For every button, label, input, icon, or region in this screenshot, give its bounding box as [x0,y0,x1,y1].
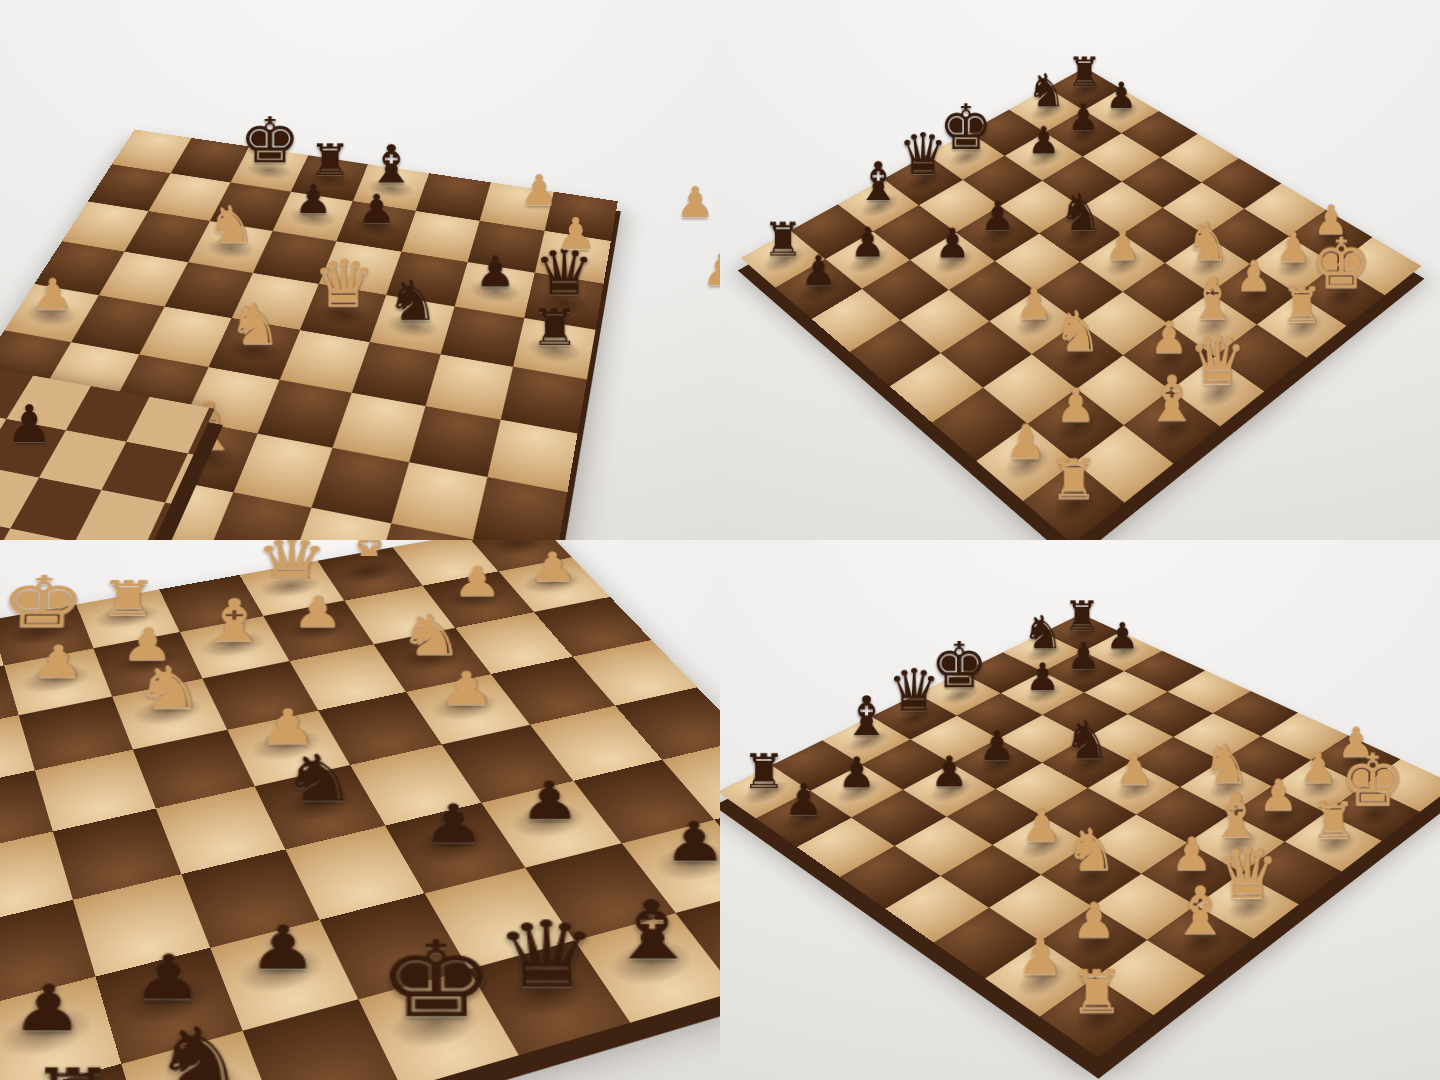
piece-light-queen-icon: ♛ [254,540,328,591]
piece-light-bishop-icon: ♝ [1170,878,1230,944]
piece-light-pawn-icon: ♟ [1105,225,1140,266]
piece-dark-queen-icon: ♛ [898,126,948,184]
piece-dark-pawn-icon: ♟ [935,223,970,264]
piece-light-knight-icon: ♞ [206,199,256,250]
board-square [35,750,156,832]
piece-dark-pawn-icon: ♟ [800,250,836,292]
chessboard: ♜♝♛♚♞♜♟♟♟♟♟♟♟♞♟♟♞♞♟♟♟♝♟♟♟♜♝♛♜♚ [741,67,1422,540]
piece-dark-knight-icon: ♞ [151,1016,248,1080]
piece-dark-knight-icon: ♞ [386,273,439,328]
piece-light-pawn-icon: ♟ [1235,256,1271,298]
piece-dark-pawn-icon: ♟ [980,197,1015,237]
piece-dark-pawn-icon: ♟ [850,222,886,263]
piece-light-pawn-icon: ♟ [1005,419,1046,466]
chessboard: ♜♝♛♚♞♜♟♟♟♟♟♟♟♞♟♟♞♞♟♟♟♝♟♟♟♜♝♛♜♚ [0,540,720,1080]
piece-light-pawn-icon: ♟ [1072,897,1116,946]
piece-dark-pawn-icon: ♟ [248,918,318,978]
piece-dark-knight-icon: ♞ [1022,609,1064,655]
piece-dark-rook-icon: ♜ [26,1058,117,1080]
piece-light-pawn-icon: ♟ [1259,774,1298,817]
piece-light-pawn-icon: ♟ [1171,832,1213,878]
piece-light-pawn-icon: ♟ [1017,932,1063,982]
piece-light-knight-icon: ♞ [134,658,206,717]
piece-dark-pawn-icon: ♟ [784,779,824,823]
piece-dark-pawn-icon: ♟ [132,947,204,1009]
piece-dark-queen-icon: ♛ [887,661,940,720]
piece-dark-king-icon: ♚ [239,109,300,172]
piece-dark-rook-icon: ♜ [309,138,351,182]
piece-dark-pawn-icon: ♟ [1106,618,1139,654]
board-square [401,211,479,262]
piece-light-knight-icon: ♞ [398,608,465,664]
piece-light-bishop-icon: ♝ [336,540,401,577]
piece-dark-king-icon: ♚ [376,928,497,1033]
piece-dark-pawn-icon: ♟ [1106,78,1137,114]
piece-dark-bishop-icon: ♝ [604,890,700,971]
piece-dark-pawn-icon: ♟ [837,752,876,794]
piece-dark-pawn-icon: ♟ [1025,658,1060,696]
piece-dark-pawn-icon: ♟ [518,775,581,827]
piece-light-pawn-icon: ♟ [1021,804,1062,849]
captured-piece-light-pawn-icon: ♟ [702,248,720,540]
piece-light-pawn-icon: ♟ [452,562,502,603]
piece-dark-pawn-icon: ♟ [10,977,85,1041]
piece-light-pawn-icon: ♟ [1299,748,1337,790]
piece-dark-knight-icon: ♞ [1059,187,1103,238]
piece-dark-pawn-icon: ♟ [422,798,485,852]
photo-panel-bottom-right: ♜♝♛♚♞♜♟♟♟♟♟♟♟♞♟♟♞♞♟♟♟♝♟♟♟♜♝♛♜♚ [720,540,1440,1080]
piece-light-bishop-icon: ♝ [1145,367,1199,430]
piece-dark-pawn-icon: ♟ [1028,122,1060,160]
piece-dark-pawn-icon: ♟ [930,751,968,793]
piece-dark-bishop-icon: ♝ [366,138,417,190]
piece-light-knight-icon: ♞ [1065,821,1118,879]
photo-panel-top-left: ♚♜♝♟♟♞♟♛♛♞♜♟♞♝ ♟♟♟♟♟ [0,0,720,540]
piece-dark-pawn-icon: ♟ [475,251,516,293]
board-tilt: ♜♝♛♚♞♜♟♟♟♟♟♟♟♞♟♟♞♞♟♟♟♝♟♟♟♜♝♛♜♚ [741,67,1422,540]
piece-light-queen-icon: ♛ [312,252,374,317]
piece-dark-pawn-icon: ♟ [662,815,720,870]
piece-light-rook-icon: ♜ [1281,280,1324,329]
piece-light-knight-icon: ♞ [1054,303,1102,359]
piece-light-bishop-icon: ♝ [198,592,269,651]
piece-light-knight-icon: ♞ [228,296,282,352]
piece-light-pawn-icon: ♟ [1115,749,1153,791]
piece-dark-pawn-icon: ♟ [357,190,396,230]
captured-piece-light-pawn-icon: ♟ [520,170,558,540]
piece-light-rook-icon: ♜ [1310,795,1356,846]
piece-light-pawn-icon: ♟ [31,273,73,316]
piece-dark-queen-icon: ♛ [493,909,601,1001]
piece-light-rook-icon: ♜ [98,574,157,622]
piece-light-king-icon: ♚ [0,567,87,638]
piece-dark-knight-icon: ♞ [1063,714,1110,766]
piece-light-pawn-icon: ♟ [439,666,495,713]
piece-dark-pawn-icon: ♟ [294,180,332,220]
piece-light-pawn-icon: ♟ [292,591,343,634]
piece-dark-pawn-icon: ♟ [1067,100,1099,137]
piece-dark-bishop-icon: ♝ [842,689,892,743]
piece-dark-rook-icon: ♜ [1064,595,1101,636]
piece-light-bishop-icon: ♝ [1187,270,1238,328]
photo-panel-bottom-left: ♜♝♛♚♞♜♟♟♟♟♟♟♟♞♟♟♞♞♟♟♟♝♟♟♟♜♝♛♜♚ [0,540,720,1080]
board-tilt: ♜♝♛♚♞♜♟♟♟♟♟♟♟♞♟♟♞♞♟♟♟♝♟♟♟♜♝♛♜♚ [0,540,720,1080]
piece-light-pawn-icon: ♟ [1015,283,1052,326]
photo-panel-top-right: ♜♝♛♚♞♜♟♟♟♟♟♟♟♞♟♟♞♞♟♟♟♝♟♟♟♜♝♛♜♚ [720,0,1440,540]
piece-dark-rook-icon: ♜ [763,216,804,263]
board-square [409,406,501,477]
chessboard: ♜♝♛♚♞♜♟♟♟♟♟♟♟♞♟♟♞♞♟♟♟♝♟♟♟♜♝♛♜♚ [720,614,1440,1057]
piece-light-pawn-icon: ♟ [1275,227,1311,268]
piece-dark-pawn-icon: ♟ [978,726,1015,767]
piece-dark-knight-icon: ♞ [281,746,357,811]
board-tilt: ♜♝♛♚♞♜♟♟♟♟♟♟♟♞♟♟♞♞♟♟♟♝♟♟♟♜♝♛♜♚ [720,614,1440,1057]
piece-light-pawn-icon: ♟ [1150,316,1188,360]
render-collage: ♚♜♝♟♟♞♟♛♛♞♜♟♞♝ ♟♟♟♟♟ ♜♝♛♚♞♜♟♟♟♟♟♟♟♞♟♟♞♞♟… [0,0,1440,1080]
piece-dark-bishop-icon: ♝ [855,155,901,208]
piece-light-pawn-icon: ♟ [528,547,578,587]
piece-light-pawn-icon: ♟ [30,640,86,685]
piece-dark-pawn-icon: ♟ [1067,638,1101,675]
piece-light-pawn-icon: ♟ [1056,383,1096,429]
piece-light-rook-icon: ♜ [1050,451,1098,507]
piece-light-rook-icon: ♜ [1070,961,1124,1021]
captured-piece-light-pawn-icon: ♟ [556,212,595,540]
piece-dark-knight-icon: ♞ [1027,68,1066,114]
piece-dark-rook-icon: ♜ [1067,51,1102,92]
captured-piece-dark-pawn-icon: ♟ [6,398,53,540]
piece-dark-rook-icon: ♜ [742,747,786,795]
piece-light-knight-icon: ♞ [1185,216,1230,268]
